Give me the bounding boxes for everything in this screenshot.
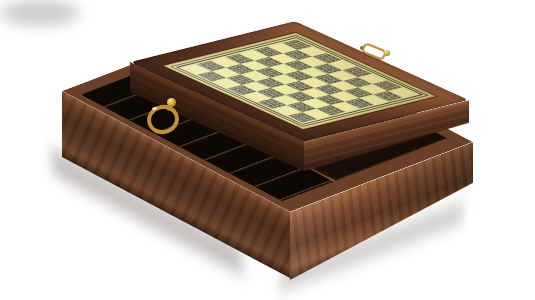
side-drop-handle	[360, 40, 394, 62]
chess-box-photo	[0, 0, 535, 300]
cast-shadow-right-corner	[0, 0, 80, 26]
side-handle-finial	[384, 50, 390, 56]
ring-pull-handle	[146, 96, 182, 132]
